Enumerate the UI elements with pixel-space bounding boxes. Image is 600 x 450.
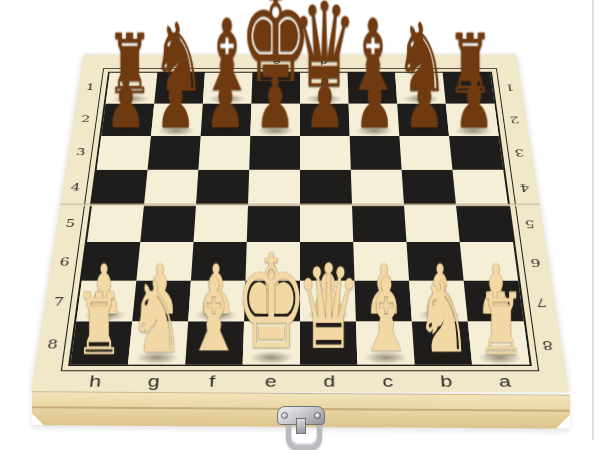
- square-c7[interactable]: ♟: [355, 281, 412, 322]
- square-b4[interactable]: [402, 170, 456, 205]
- square-h6[interactable]: [82, 242, 140, 281]
- square-e1[interactable]: ♚: [251, 73, 300, 104]
- file-label-bottom-c: c: [358, 371, 418, 392]
- square-g8[interactable]: ♞: [128, 322, 188, 365]
- square-h7[interactable]: ♟: [76, 281, 136, 322]
- file-label-bottom-d: d: [300, 371, 359, 392]
- square-g4[interactable]: [144, 170, 198, 205]
- square-d5[interactable]: [300, 205, 353, 242]
- file-label-top-g: g: [156, 55, 205, 69]
- square-e5[interactable]: [247, 205, 300, 242]
- square-a8[interactable]: ♜: [468, 322, 530, 365]
- board-surface: hgfedcba hgfedcba 12345678 12345678 ♜♞♝♚…: [31, 55, 569, 392]
- square-b1[interactable]: ♞: [395, 73, 446, 104]
- square-g3[interactable]: [148, 136, 201, 170]
- file-label-bottom-h: h: [65, 371, 126, 392]
- square-b3[interactable]: [399, 136, 452, 170]
- square-a1[interactable]: ♜: [443, 73, 495, 104]
- file-labels-bottom: hgfedcba: [65, 371, 536, 392]
- square-g6[interactable]: [136, 242, 193, 281]
- square-f8[interactable]: ♝: [185, 322, 244, 365]
- square-c8[interactable]: ♝: [356, 322, 415, 365]
- square-d7[interactable]: ♟: [300, 281, 356, 322]
- file-label-top-d: d: [300, 55, 348, 69]
- chess-set-photo: hgfedcba hgfedcba 12345678 12345678 ♜♞♝♚…: [0, 0, 600, 450]
- chess-board: hgfedcba hgfedcba 12345678 12345678 ♜♞♝♚…: [31, 55, 569, 392]
- square-b6[interactable]: [406, 242, 463, 281]
- rank-label-right-3: 3: [505, 135, 533, 169]
- square-d8[interactable]: ♛: [300, 322, 357, 365]
- square-d4[interactable]: [300, 170, 352, 205]
- square-e7[interactable]: ♟: [244, 281, 300, 322]
- file-label-top-h: h: [109, 55, 158, 69]
- square-g1[interactable]: ♞: [154, 73, 205, 104]
- square-a2[interactable]: ♟: [446, 104, 499, 136]
- square-a6[interactable]: [460, 242, 518, 281]
- square-c3[interactable]: [350, 136, 402, 170]
- square-c4[interactable]: [351, 170, 404, 205]
- square-a4[interactable]: [452, 170, 508, 205]
- square-b7[interactable]: ♟: [409, 281, 468, 322]
- square-c6[interactable]: [353, 242, 409, 281]
- board-grid: ♜♞♝♚♛♝♞♜♟♟♟♟♟♟♟♟♟♟♟♟♟♟♟♟♜♞♝♚♛♝♞♜: [68, 72, 532, 366]
- square-b2[interactable]: ♟: [397, 104, 449, 136]
- square-g7[interactable]: ♟: [132, 281, 191, 322]
- file-label-top-b: b: [395, 55, 444, 69]
- rank-label-right-1: 1: [496, 72, 523, 103]
- square-h2[interactable]: ♟: [101, 104, 154, 136]
- square-h3[interactable]: [97, 136, 151, 170]
- square-h4[interactable]: [92, 170, 148, 205]
- file-label-top-a: a: [442, 55, 491, 69]
- file-label-top-f: f: [204, 55, 252, 69]
- square-e8[interactable]: ♚: [243, 322, 300, 365]
- square-g2[interactable]: ♟: [151, 104, 203, 136]
- file-labels-top: hgfedcba: [109, 55, 492, 69]
- square-h1[interactable]: ♜: [106, 73, 158, 104]
- square-a3[interactable]: [449, 136, 503, 170]
- piece-light-queen: ♛: [296, 250, 361, 367]
- file-label-top-e: e: [252, 55, 300, 69]
- file-label-bottom-a: a: [474, 371, 535, 392]
- file-label-bottom-e: e: [241, 371, 300, 392]
- corner-joint-left: [32, 413, 44, 425]
- square-f6[interactable]: [191, 242, 247, 281]
- square-f1[interactable]: ♝: [203, 73, 253, 104]
- square-a5[interactable]: [456, 205, 513, 242]
- file-label-top-c: c: [347, 55, 395, 69]
- image-edge-line: [592, 0, 594, 440]
- piece-light-rook: ♜: [477, 281, 525, 367]
- square-f4[interactable]: [196, 170, 249, 205]
- square-f5[interactable]: [194, 205, 248, 242]
- square-e3[interactable]: [249, 136, 300, 170]
- fold-seam: [60, 204, 540, 207]
- rank-label-right-4: 4: [510, 169, 539, 205]
- file-label-bottom-b: b: [416, 371, 476, 392]
- square-h5[interactable]: [87, 205, 144, 242]
- screw-icon: [281, 412, 288, 419]
- square-h8[interactable]: ♜: [71, 322, 133, 365]
- square-d2[interactable]: ♟: [300, 104, 350, 136]
- square-d3[interactable]: [300, 136, 351, 170]
- square-c5[interactable]: [352, 205, 406, 242]
- square-f7[interactable]: ♟: [188, 281, 245, 322]
- piece-light-rook: ♜: [75, 281, 123, 367]
- clasp-slot: [296, 418, 306, 434]
- screw-icon: [314, 412, 321, 419]
- square-e4[interactable]: [248, 170, 300, 205]
- square-f2[interactable]: ♟: [201, 104, 252, 136]
- square-g5[interactable]: [140, 205, 196, 242]
- square-e2[interactable]: ♟: [250, 104, 300, 136]
- square-e6[interactable]: [245, 242, 300, 281]
- corner-joint-right: [556, 415, 570, 429]
- square-b8[interactable]: ♞: [412, 322, 472, 365]
- square-c2[interactable]: ♟: [349, 104, 400, 136]
- square-d6[interactable]: [300, 242, 355, 281]
- rank-label-right-2: 2: [501, 103, 528, 136]
- square-b5[interactable]: [404, 205, 460, 242]
- square-d1[interactable]: ♛: [300, 73, 349, 104]
- square-a7[interactable]: ♟: [464, 281, 524, 322]
- file-label-bottom-g: g: [123, 371, 183, 392]
- board-scene: hgfedcba hgfedcba 12345678 12345678 ♜♞♝♚…: [0, 0, 600, 450]
- square-c1[interactable]: ♝: [348, 73, 398, 104]
- square-f3[interactable]: [198, 136, 250, 170]
- latch-clasp: [277, 406, 323, 450]
- file-label-bottom-f: f: [182, 371, 242, 392]
